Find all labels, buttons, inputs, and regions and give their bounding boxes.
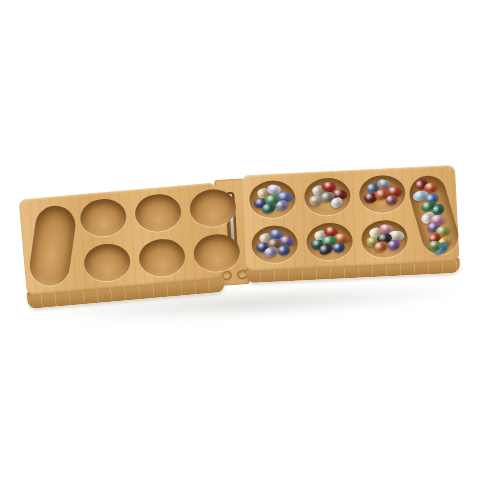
gem-stone — [275, 199, 289, 212]
pit-right-bottom-3[interactable] — [361, 219, 409, 258]
left-pit-grid — [79, 188, 242, 283]
hinge-screws — [221, 269, 249, 281]
pit-left-top-3[interactable] — [188, 188, 237, 229]
right-store-pit — [405, 171, 462, 258]
pit-left-top-1[interactable] — [79, 197, 128, 238]
right-board-face — [241, 165, 459, 271]
left-store-pit — [27, 203, 78, 288]
product-photo-stage — [0, 0, 500, 500]
pit-right-bottom-1[interactable] — [251, 224, 299, 263]
pit-left-bottom-2[interactable] — [137, 237, 186, 278]
gem-stone — [385, 194, 399, 207]
pit-right-top-2[interactable] — [304, 177, 352, 216]
right-board-half — [241, 165, 460, 283]
pit-right-top-3[interactable] — [358, 175, 406, 214]
gem-stone — [330, 197, 344, 210]
pit-left-bottom-3[interactable] — [192, 232, 241, 273]
pit-right-bottom-2[interactable] — [306, 222, 354, 261]
pit-left-top-2[interactable] — [134, 193, 183, 234]
right-pit-grid — [249, 174, 409, 264]
left-board-half — [18, 182, 225, 309]
pit-right-top-1[interactable] — [249, 180, 297, 219]
left-board-face — [18, 182, 224, 295]
pit-left-bottom-1[interactable] — [83, 242, 132, 283]
